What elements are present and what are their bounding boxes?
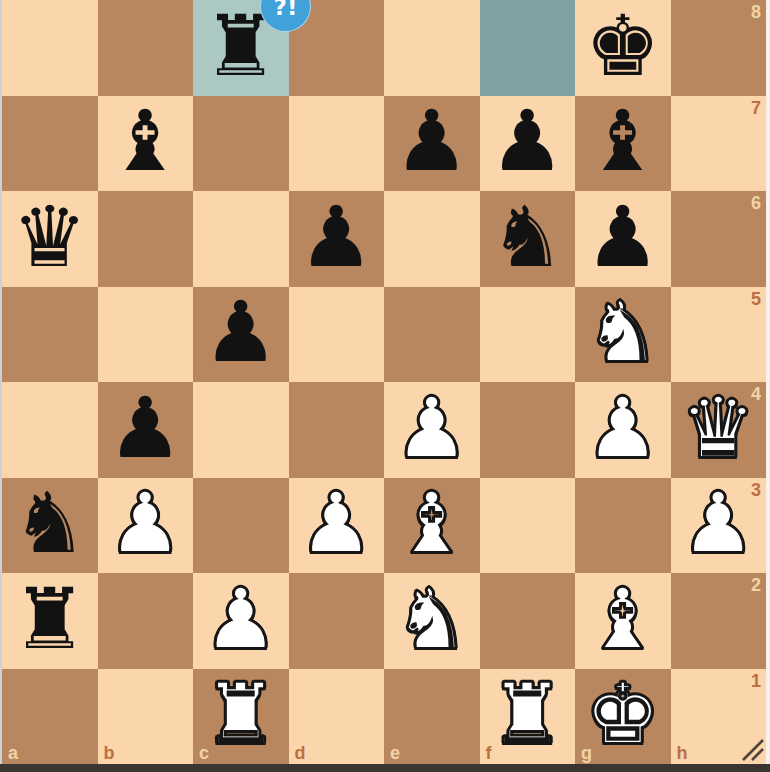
- square-h2[interactable]: 2: [671, 573, 767, 669]
- piece-black-pawn[interactable]: ♟: [108, 386, 183, 470]
- square-e6[interactable]: [384, 191, 480, 287]
- square-a8[interactable]: [2, 0, 98, 96]
- square-e7[interactable]: ♟: [384, 96, 480, 192]
- piece-white-king[interactable]: ♚: [585, 672, 660, 756]
- square-g8[interactable]: ♚: [575, 0, 671, 96]
- piece-white-pawn[interactable]: ♟: [585, 386, 660, 470]
- square-f2[interactable]: [480, 573, 576, 669]
- square-g5[interactable]: ♞: [575, 287, 671, 383]
- square-c6[interactable]: [193, 191, 289, 287]
- square-b5[interactable]: [98, 287, 194, 383]
- square-b4[interactable]: ♟: [98, 382, 194, 478]
- square-h3[interactable]: ♟3: [671, 478, 767, 574]
- square-f4[interactable]: [480, 382, 576, 478]
- rank-label-8: 8: [751, 3, 761, 21]
- piece-black-pawn[interactable]: ♟: [299, 195, 374, 279]
- piece-black-pawn[interactable]: ♟: [394, 99, 469, 183]
- piece-white-rook[interactable]: ♜: [203, 672, 278, 756]
- square-h5[interactable]: 5: [671, 287, 767, 383]
- square-c5[interactable]: ♟: [193, 287, 289, 383]
- piece-white-bishop[interactable]: ♝: [585, 577, 660, 661]
- square-h6[interactable]: 6: [671, 191, 767, 287]
- piece-white-queen[interactable]: ♛: [681, 386, 756, 470]
- piece-white-pawn[interactable]: ♟: [203, 577, 278, 661]
- rank-label-6: 6: [751, 194, 761, 212]
- square-b7[interactable]: ♝: [98, 96, 194, 192]
- square-e1[interactable]: e: [384, 669, 480, 765]
- square-f7[interactable]: ♟: [480, 96, 576, 192]
- square-g6[interactable]: ♟: [575, 191, 671, 287]
- page-left-edge: [0, 0, 2, 764]
- square-d7[interactable]: [289, 96, 385, 192]
- board-resize-handle-icon[interactable]: [737, 734, 765, 762]
- square-d2[interactable]: [289, 573, 385, 669]
- piece-black-king[interactable]: ♚: [585, 4, 660, 88]
- square-a4[interactable]: [2, 382, 98, 478]
- square-c1[interactable]: ♜c: [193, 669, 289, 765]
- file-label-f: f: [486, 744, 492, 762]
- piece-white-bishop[interactable]: ♝: [394, 481, 469, 565]
- square-a5[interactable]: [2, 287, 98, 383]
- file-label-b: b: [104, 744, 115, 762]
- square-b3[interactable]: ♟: [98, 478, 194, 574]
- square-f6[interactable]: ♞: [480, 191, 576, 287]
- rank-label-4: 4: [751, 385, 761, 403]
- file-label-d: d: [295, 744, 306, 762]
- square-f5[interactable]: [480, 287, 576, 383]
- square-e2[interactable]: ♞: [384, 573, 480, 669]
- square-e3[interactable]: ♝: [384, 478, 480, 574]
- square-f1[interactable]: ♜f: [480, 669, 576, 765]
- square-h8[interactable]: 8: [671, 0, 767, 96]
- rank-label-5: 5: [751, 290, 761, 308]
- piece-black-knight[interactable]: ♞: [490, 195, 565, 279]
- file-label-c: c: [199, 744, 209, 762]
- square-f3[interactable]: [480, 478, 576, 574]
- piece-black-pawn[interactable]: ♟: [203, 290, 278, 374]
- square-g1[interactable]: ♚g: [575, 669, 671, 765]
- square-e8[interactable]: [384, 0, 480, 96]
- piece-black-bishop[interactable]: ♝: [108, 99, 183, 183]
- square-g4[interactable]: ♟: [575, 382, 671, 478]
- square-d5[interactable]: [289, 287, 385, 383]
- file-label-a: a: [8, 744, 18, 762]
- page-right-margin: [766, 0, 770, 764]
- piece-white-pawn[interactable]: ♟: [299, 481, 374, 565]
- square-a6[interactable]: ♛: [2, 191, 98, 287]
- file-label-e: e: [390, 744, 400, 762]
- square-d4[interactable]: [289, 382, 385, 478]
- square-b6[interactable]: [98, 191, 194, 287]
- square-g2[interactable]: ♝: [575, 573, 671, 669]
- square-c4[interactable]: [193, 382, 289, 478]
- piece-white-pawn[interactable]: ♟: [394, 386, 469, 470]
- piece-white-rook[interactable]: ♜: [490, 672, 565, 756]
- file-label-g: g: [581, 744, 592, 762]
- square-c7[interactable]: [193, 96, 289, 192]
- chess-board[interactable]: ♜♚8♝♟♟♝7♛♟♞♟6♟♞5♟♟♟♛4♞♟♟♝♟3♜♟♞♝2ab♜cde♜f…: [2, 0, 766, 764]
- piece-white-knight[interactable]: ♞: [394, 577, 469, 661]
- page-bottom-bar: [0, 764, 770, 772]
- square-g7[interactable]: ♝: [575, 96, 671, 192]
- square-a3[interactable]: ♞: [2, 478, 98, 574]
- square-h7[interactable]: 7: [671, 96, 767, 192]
- piece-black-rook[interactable]: ♜: [12, 577, 87, 661]
- piece-black-knight[interactable]: ♞: [12, 481, 87, 565]
- square-e4[interactable]: ♟: [384, 382, 480, 478]
- square-c2[interactable]: ♟: [193, 573, 289, 669]
- square-b8[interactable]: [98, 0, 194, 96]
- square-f8[interactable]: [480, 0, 576, 96]
- rank-label-1: 1: [751, 672, 761, 690]
- square-d3[interactable]: ♟: [289, 478, 385, 574]
- square-g3[interactable]: [575, 478, 671, 574]
- square-e5[interactable]: [384, 287, 480, 383]
- square-a2[interactable]: ♜: [2, 573, 98, 669]
- rank-label-2: 2: [751, 576, 761, 594]
- piece-black-pawn[interactable]: ♟: [490, 99, 565, 183]
- square-b1[interactable]: b: [98, 669, 194, 765]
- piece-black-bishop[interactable]: ♝: [585, 99, 660, 183]
- square-h4[interactable]: ♛4: [671, 382, 767, 478]
- piece-black-pawn[interactable]: ♟: [585, 195, 660, 279]
- square-a1[interactable]: a: [2, 669, 98, 765]
- square-a7[interactable]: [2, 96, 98, 192]
- piece-black-queen[interactable]: ♛: [12, 195, 87, 279]
- piece-white-pawn[interactable]: ♟: [108, 481, 183, 565]
- file-label-h: h: [677, 744, 688, 762]
- square-c3[interactable]: [193, 478, 289, 574]
- piece-white-pawn[interactable]: ♟: [681, 481, 756, 565]
- piece-white-knight[interactable]: ♞: [585, 290, 660, 374]
- rank-label-3: 3: [751, 481, 761, 499]
- square-d1[interactable]: d: [289, 669, 385, 765]
- square-b2[interactable]: [98, 573, 194, 669]
- rank-label-7: 7: [751, 99, 761, 117]
- square-d6[interactable]: ♟: [289, 191, 385, 287]
